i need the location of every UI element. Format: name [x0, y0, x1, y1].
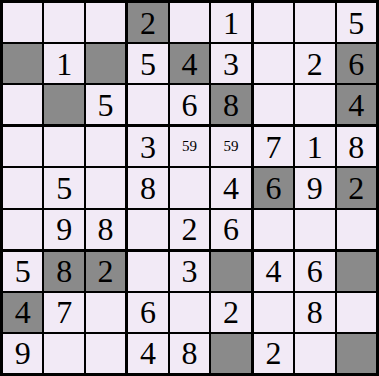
cell-r5c5[interactable]	[170, 168, 209, 207]
cell-r7c6[interactable]	[211, 252, 250, 291]
cell-r4c1[interactable]	[3, 127, 42, 166]
cell-r5c9[interactable]: 2	[337, 168, 376, 207]
cell-r4c5[interactable]: 59	[170, 127, 209, 166]
cell-r2c6[interactable]: 3	[211, 44, 250, 83]
box-3-3: 4682	[254, 252, 376, 373]
cell-r2c1[interactable]	[3, 44, 42, 83]
cell-r6c9[interactable]	[337, 210, 376, 249]
cell-r5c3[interactable]	[86, 168, 125, 207]
box-3-2: 36248	[128, 252, 250, 373]
cell-r3c7[interactable]	[254, 85, 293, 124]
cell-r6c8[interactable]	[295, 210, 334, 249]
cell-r9c9[interactable]	[337, 334, 376, 373]
cell-r1c2[interactable]	[44, 3, 83, 42]
cell-r3c4[interactable]	[128, 85, 167, 124]
cell-r4c4[interactable]: 3	[128, 127, 167, 166]
cell-r1c9[interactable]: 5	[337, 3, 376, 42]
cell-r8c9[interactable]	[337, 293, 376, 332]
cell-r3c8[interactable]	[295, 85, 334, 124]
cell-r1c1[interactable]	[3, 3, 42, 42]
box-2-3: 718692	[254, 127, 376, 248]
cell-r5c2[interactable]: 5	[44, 168, 83, 207]
cell-r1c6[interactable]: 1	[211, 3, 250, 42]
cell-r1c3[interactable]	[86, 3, 125, 42]
cell-r9c8[interactable]	[295, 334, 334, 373]
cell-r2c5[interactable]: 4	[170, 44, 209, 83]
cell-r8c6[interactable]: 2	[211, 293, 250, 332]
cell-r4c3[interactable]	[86, 127, 125, 166]
cell-r9c4[interactable]: 4	[128, 334, 167, 373]
box-1-3: 5264	[254, 3, 376, 124]
cell-r9c7[interactable]: 2	[254, 334, 293, 373]
box-1-2: 2154368	[128, 3, 250, 124]
cell-r9c2[interactable]	[44, 334, 83, 373]
cell-r7c1[interactable]: 5	[3, 252, 42, 291]
cell-r6c6[interactable]: 6	[211, 210, 250, 249]
cell-r2c9[interactable]: 6	[337, 44, 376, 83]
cell-r6c1[interactable]	[3, 210, 42, 249]
cell-r8c5[interactable]	[170, 293, 209, 332]
box-1-1: 15	[3, 3, 125, 124]
cell-r7c2[interactable]: 8	[44, 252, 83, 291]
cell-r6c3[interactable]: 8	[86, 210, 125, 249]
cell-r4c7[interactable]: 7	[254, 127, 293, 166]
cell-r6c4[interactable]	[128, 210, 167, 249]
cell-r3c6[interactable]: 8	[211, 85, 250, 124]
cell-r4c8[interactable]: 1	[295, 127, 334, 166]
cell-r4c2[interactable]	[44, 127, 83, 166]
cell-r3c9[interactable]: 4	[337, 85, 376, 124]
cell-r5c8[interactable]: 9	[295, 168, 334, 207]
cell-r6c5[interactable]: 2	[170, 210, 209, 249]
cell-r5c7[interactable]: 6	[254, 168, 293, 207]
cell-r4c6[interactable]: 59	[211, 127, 250, 166]
cell-r2c3[interactable]	[86, 44, 125, 83]
cell-r9c3[interactable]	[86, 334, 125, 373]
cell-r6c2[interactable]: 9	[44, 210, 83, 249]
box-3-1: 582479	[3, 252, 125, 373]
cell-r2c8[interactable]: 2	[295, 44, 334, 83]
cell-r3c1[interactable]	[3, 85, 42, 124]
cell-r8c1[interactable]: 4	[3, 293, 42, 332]
cell-r7c7[interactable]: 4	[254, 252, 293, 291]
cell-r3c3[interactable]: 5	[86, 85, 125, 124]
cell-r7c5[interactable]: 3	[170, 252, 209, 291]
cell-r1c5[interactable]	[170, 3, 209, 42]
box-2-1: 598	[3, 127, 125, 248]
cell-r8c7[interactable]	[254, 293, 293, 332]
cell-r8c3[interactable]	[86, 293, 125, 332]
cell-r1c7[interactable]	[254, 3, 293, 42]
cell-r7c3[interactable]: 2	[86, 252, 125, 291]
cell-r5c1[interactable]	[3, 168, 42, 207]
cell-r2c7[interactable]	[254, 44, 293, 83]
cell-r3c2[interactable]	[44, 85, 83, 124]
cell-r2c2[interactable]: 1	[44, 44, 83, 83]
cell-r8c8[interactable]: 8	[295, 293, 334, 332]
cell-r6c7[interactable]	[254, 210, 293, 249]
cell-r9c5[interactable]: 8	[170, 334, 209, 373]
cell-r1c8[interactable]	[295, 3, 334, 42]
cell-r8c4[interactable]: 6	[128, 293, 167, 332]
cell-r9c1[interactable]: 9	[3, 334, 42, 373]
cell-r4c9[interactable]: 8	[337, 127, 376, 166]
cell-r7c4[interactable]	[128, 252, 167, 291]
cell-r3c5[interactable]: 6	[170, 85, 209, 124]
cell-r5c6[interactable]: 4	[211, 168, 250, 207]
cell-r1c4[interactable]: 2	[128, 3, 167, 42]
cell-r9c6[interactable]	[211, 334, 250, 373]
cell-r8c2[interactable]: 7	[44, 293, 83, 332]
cell-r2c4[interactable]: 5	[128, 44, 167, 83]
cell-r7c9[interactable]	[337, 252, 376, 291]
box-2-2: 359598426	[128, 127, 250, 248]
cell-r7c8[interactable]: 6	[295, 252, 334, 291]
sudoku-board: 1521543685264598359598426718692582479362…	[0, 0, 379, 376]
cell-r5c4[interactable]: 8	[128, 168, 167, 207]
